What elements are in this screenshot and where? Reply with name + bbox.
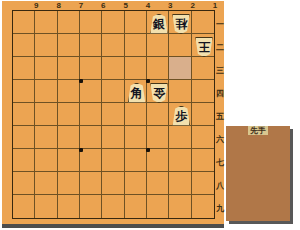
square-3七[interactable]: [147, 149, 169, 172]
square-9六[interactable]: [13, 126, 35, 149]
square-2三[interactable]: [169, 57, 191, 80]
file-label-4: 4: [142, 1, 154, 10]
square-9八[interactable]: [13, 172, 35, 195]
square-8九[interactable]: [35, 195, 57, 218]
square-4五[interactable]: [125, 103, 147, 126]
square-4六[interactable]: [125, 126, 147, 149]
square-2六[interactable]: [169, 126, 191, 149]
square-1三[interactable]: [192, 57, 214, 80]
square-4三[interactable]: [125, 57, 147, 80]
square-4一[interactable]: [125, 11, 147, 34]
square-6一[interactable]: [80, 11, 102, 34]
square-3六[interactable]: [147, 126, 169, 149]
square-5二[interactable]: [102, 34, 124, 57]
file-label-2: 2: [187, 1, 199, 10]
square-6六[interactable]: [80, 126, 102, 149]
square-1四[interactable]: [192, 80, 214, 103]
square-7五[interactable]: [58, 103, 80, 126]
square-3九[interactable]: [147, 195, 169, 218]
square-8二[interactable]: [35, 34, 57, 57]
square-7三[interactable]: [58, 57, 80, 80]
rank-label-七: 七: [214, 157, 226, 168]
square-6四[interactable]: [80, 80, 102, 103]
hoshi-dot: [79, 148, 83, 152]
square-6三[interactable]: [80, 57, 102, 80]
shogi-board-panel: 987654321 銀桂王角金歩 一二三四五六七八九: [2, 1, 224, 228]
square-4七[interactable]: [125, 149, 147, 172]
square-8一[interactable]: [35, 11, 57, 34]
square-9四[interactable]: [13, 80, 35, 103]
rank-label-二: 二: [214, 42, 226, 53]
square-3八[interactable]: [147, 172, 169, 195]
square-9五[interactable]: [13, 103, 35, 126]
square-7七[interactable]: [58, 149, 80, 172]
square-5七[interactable]: [102, 149, 124, 172]
square-2九[interactable]: [169, 195, 191, 218]
square-5九[interactable]: [102, 195, 124, 218]
square-1九[interactable]: [192, 195, 214, 218]
rank-label-九: 九: [214, 203, 226, 214]
rank-label-五: 五: [214, 111, 226, 122]
square-7八[interactable]: [58, 172, 80, 195]
square-1六[interactable]: [192, 126, 214, 149]
square-2二[interactable]: [169, 34, 191, 57]
square-5八[interactable]: [102, 172, 124, 195]
rank-label-八: 八: [214, 180, 226, 191]
square-4九[interactable]: [125, 195, 147, 218]
square-6九[interactable]: [80, 195, 102, 218]
square-6五[interactable]: [80, 103, 102, 126]
square-8七[interactable]: [35, 149, 57, 172]
square-5四[interactable]: [102, 80, 124, 103]
square-6七[interactable]: [80, 149, 102, 172]
sente-label: 先手: [248, 126, 268, 135]
square-9一[interactable]: [13, 11, 35, 34]
square-8三[interactable]: [35, 57, 57, 80]
square-7二[interactable]: [58, 34, 80, 57]
hoshi-dot: [79, 79, 83, 83]
square-5五[interactable]: [102, 103, 124, 126]
square-3五[interactable]: [147, 103, 169, 126]
hoshi-dot: [146, 79, 150, 83]
file-label-1: 1: [209, 1, 221, 10]
square-9七[interactable]: [13, 149, 35, 172]
rank-label-四: 四: [214, 88, 226, 99]
board-grid: 銀桂王角金歩: [12, 10, 215, 219]
file-label-5: 5: [120, 1, 132, 10]
square-3三[interactable]: [147, 57, 169, 80]
rank-labels: 一二三四五六七八九: [214, 10, 226, 218]
square-7九[interactable]: [58, 195, 80, 218]
square-7四[interactable]: [58, 80, 80, 103]
square-1一[interactable]: [192, 11, 214, 34]
square-5三[interactable]: [102, 57, 124, 80]
sente-komadai: 先手: [226, 126, 290, 221]
file-label-7: 7: [75, 1, 87, 10]
square-4二[interactable]: [125, 34, 147, 57]
square-2四[interactable]: [169, 80, 191, 103]
file-label-9: 9: [30, 1, 42, 10]
square-6八[interactable]: [80, 172, 102, 195]
square-2七[interactable]: [169, 149, 191, 172]
square-4八[interactable]: [125, 172, 147, 195]
rank-label-六: 六: [214, 134, 226, 145]
square-8八[interactable]: [35, 172, 57, 195]
rank-label-一: 一: [214, 19, 226, 30]
square-7一[interactable]: [58, 11, 80, 34]
square-3二[interactable]: [147, 34, 169, 57]
rank-label-三: 三: [214, 65, 226, 76]
hoshi-dot: [146, 148, 150, 152]
square-6二[interactable]: [80, 34, 102, 57]
square-5一[interactable]: [102, 11, 124, 34]
file-label-6: 6: [97, 1, 109, 10]
square-8五[interactable]: [35, 103, 57, 126]
square-9九[interactable]: [13, 195, 35, 218]
square-8六[interactable]: [35, 126, 57, 149]
square-9三[interactable]: [13, 57, 35, 80]
square-5六[interactable]: [102, 126, 124, 149]
file-label-3: 3: [164, 1, 176, 10]
square-1八[interactable]: [192, 172, 214, 195]
square-9二[interactable]: [13, 34, 35, 57]
file-label-8: 8: [53, 1, 65, 10]
square-1五[interactable]: [192, 103, 214, 126]
square-1七[interactable]: [192, 149, 214, 172]
square-7六[interactable]: [58, 126, 80, 149]
file-labels: 987654321: [12, 1, 215, 10]
square-2八[interactable]: [169, 172, 191, 195]
square-8四[interactable]: [35, 80, 57, 103]
